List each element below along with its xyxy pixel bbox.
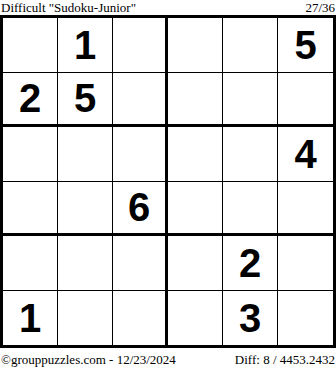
given-digit: 5 (294, 25, 316, 65)
given-digit: 1 (19, 298, 41, 338)
sudoku-cell[interactable]: 2 (3, 73, 58, 128)
sudoku-cell[interactable]: 5 (278, 18, 333, 73)
given-digit: 1 (74, 25, 96, 65)
sudoku-cell[interactable]: 1 (3, 291, 58, 346)
sudoku-board: 152546213 (0, 15, 336, 348)
sudoku-cell[interactable] (168, 18, 223, 73)
sudoku-cell[interactable]: 5 (58, 73, 113, 128)
given-digit: 4 (294, 134, 316, 174)
given-digit: 6 (128, 187, 150, 227)
sudoku-cell[interactable] (113, 291, 168, 346)
sudoku-cell[interactable] (113, 236, 168, 291)
header: Difficult "Sudoku-Junior" 27/36 (0, 0, 336, 15)
sudoku-cell[interactable] (3, 182, 58, 237)
sudoku-cell[interactable] (168, 73, 223, 128)
sudoku-cell[interactable] (168, 182, 223, 237)
difficulty-text: Diff: 8 / 4453.2432 (235, 353, 335, 367)
sudoku-cell[interactable] (168, 236, 223, 291)
sudoku-cell[interactable] (3, 18, 58, 73)
footer: ©grouppuzzles.com - 12/23/2024 Diff: 8 /… (0, 352, 336, 368)
sudoku-cell[interactable]: 6 (113, 182, 168, 237)
sudoku-cell[interactable] (278, 73, 333, 128)
sudoku-cell[interactable] (223, 127, 278, 182)
sudoku-cell[interactable] (168, 291, 223, 346)
sudoku-cell[interactable] (58, 236, 113, 291)
sudoku-cell[interactable] (278, 182, 333, 237)
given-digit: 2 (19, 78, 41, 118)
sudoku-cell[interactable] (278, 236, 333, 291)
page-title: Difficult "Sudoku-Junior" (1, 1, 136, 14)
sudoku-cell[interactable] (168, 127, 223, 182)
sudoku-cell[interactable]: 4 (278, 127, 333, 182)
given-digit: 5 (74, 78, 96, 118)
sudoku-cell[interactable] (113, 18, 168, 73)
sudoku-cell[interactable] (113, 73, 168, 128)
given-digit: 2 (239, 243, 261, 283)
copyright-text: ©grouppuzzles.com - 12/23/2024 (1, 353, 176, 367)
sudoku-cell[interactable]: 3 (223, 291, 278, 346)
sudoku-cell[interactable] (223, 182, 278, 237)
sudoku-cell[interactable]: 2 (223, 236, 278, 291)
sudoku-cell[interactable] (3, 236, 58, 291)
sudoku-cell[interactable] (223, 18, 278, 73)
sudoku-cell[interactable] (58, 182, 113, 237)
sudoku-cell[interactable]: 1 (58, 18, 113, 73)
given-digit: 3 (239, 298, 261, 338)
empty-cells-counter: 27/36 (305, 1, 335, 14)
sudoku-cell[interactable] (278, 291, 333, 346)
sudoku-page: Difficult "Sudoku-Junior" 27/36 15254621… (0, 0, 336, 370)
sudoku-cell[interactable] (58, 291, 113, 346)
sudoku-cell[interactable] (3, 127, 58, 182)
sudoku-cell[interactable] (223, 73, 278, 128)
sudoku-cell[interactable] (113, 127, 168, 182)
sudoku-cell[interactable] (58, 127, 113, 182)
